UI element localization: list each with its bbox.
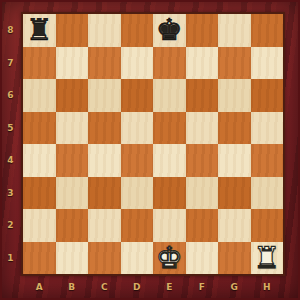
square-b6[interactable]: [56, 79, 89, 112]
square-g1[interactable]: [218, 242, 251, 275]
rank-label-1: 1: [0, 242, 21, 275]
square-a7[interactable]: [23, 47, 56, 80]
square-f2[interactable]: [186, 209, 219, 242]
file-label-a: A: [23, 276, 56, 298]
rank-labels: 87654321: [0, 14, 21, 274]
square-a3[interactable]: [23, 177, 56, 210]
square-f7[interactable]: [186, 47, 219, 80]
square-f1[interactable]: [186, 242, 219, 275]
rank-label-4: 4: [0, 144, 21, 177]
square-h6[interactable]: [251, 79, 284, 112]
rank-label-6: 6: [0, 79, 21, 112]
chess-board[interactable]: ♜♚♚♜: [21, 12, 285, 276]
file-label-b: B: [56, 276, 89, 298]
square-g3[interactable]: [218, 177, 251, 210]
square-c1[interactable]: [88, 242, 121, 275]
white-rook[interactable]: ♜: [253, 243, 280, 273]
square-d5[interactable]: [121, 112, 154, 145]
square-b1[interactable]: [56, 242, 89, 275]
rank-label-8: 8: [0, 14, 21, 47]
rank-label-2: 2: [0, 209, 21, 242]
rank-label-7: 7: [0, 47, 21, 80]
square-f6[interactable]: [186, 79, 219, 112]
square-e8[interactable]: ♚: [153, 14, 186, 47]
square-g8[interactable]: [218, 14, 251, 47]
square-c5[interactable]: [88, 112, 121, 145]
square-c4[interactable]: [88, 144, 121, 177]
square-h1[interactable]: ♜: [251, 242, 284, 275]
rank-label-5: 5: [0, 112, 21, 145]
square-b4[interactable]: [56, 144, 89, 177]
square-e7[interactable]: [153, 47, 186, 80]
square-g5[interactable]: [218, 112, 251, 145]
square-f4[interactable]: [186, 144, 219, 177]
square-d1[interactable]: [121, 242, 154, 275]
square-d7[interactable]: [121, 47, 154, 80]
square-e4[interactable]: [153, 144, 186, 177]
square-g7[interactable]: [218, 47, 251, 80]
square-d2[interactable]: [121, 209, 154, 242]
black-king[interactable]: ♚: [156, 15, 183, 45]
square-d6[interactable]: [121, 79, 154, 112]
square-a5[interactable]: [23, 112, 56, 145]
chess-board-frame: 87654321 ABCDEFGH ♜♚♚♜: [0, 0, 300, 300]
file-label-d: D: [121, 276, 154, 298]
square-e1[interactable]: ♚: [153, 242, 186, 275]
square-g4[interactable]: [218, 144, 251, 177]
square-a2[interactable]: [23, 209, 56, 242]
square-a4[interactable]: [23, 144, 56, 177]
square-e5[interactable]: [153, 112, 186, 145]
file-label-f: F: [186, 276, 219, 298]
square-a6[interactable]: [23, 79, 56, 112]
square-e3[interactable]: [153, 177, 186, 210]
black-rook[interactable]: ♜: [26, 15, 53, 45]
square-h5[interactable]: [251, 112, 284, 145]
square-b8[interactable]: [56, 14, 89, 47]
square-e6[interactable]: [153, 79, 186, 112]
square-f3[interactable]: [186, 177, 219, 210]
file-label-g: G: [218, 276, 251, 298]
square-d4[interactable]: [121, 144, 154, 177]
square-f8[interactable]: [186, 14, 219, 47]
square-a1[interactable]: [23, 242, 56, 275]
square-f5[interactable]: [186, 112, 219, 145]
square-b3[interactable]: [56, 177, 89, 210]
square-a8[interactable]: ♜: [23, 14, 56, 47]
square-b7[interactable]: [56, 47, 89, 80]
file-labels: ABCDEFGH: [23, 276, 283, 298]
square-b2[interactable]: [56, 209, 89, 242]
file-label-c: C: [88, 276, 121, 298]
square-c8[interactable]: [88, 14, 121, 47]
square-d3[interactable]: [121, 177, 154, 210]
square-h4[interactable]: [251, 144, 284, 177]
square-c7[interactable]: [88, 47, 121, 80]
square-b5[interactable]: [56, 112, 89, 145]
square-e2[interactable]: [153, 209, 186, 242]
square-c2[interactable]: [88, 209, 121, 242]
square-h2[interactable]: [251, 209, 284, 242]
square-g6[interactable]: [218, 79, 251, 112]
file-label-e: E: [153, 276, 186, 298]
file-label-h: H: [251, 276, 284, 298]
square-h7[interactable]: [251, 47, 284, 80]
square-h8[interactable]: [251, 14, 284, 47]
rank-label-3: 3: [0, 177, 21, 210]
square-g2[interactable]: [218, 209, 251, 242]
square-h3[interactable]: [251, 177, 284, 210]
square-c6[interactable]: [88, 79, 121, 112]
white-king[interactable]: ♚: [156, 243, 183, 273]
square-d8[interactable]: [121, 14, 154, 47]
square-c3[interactable]: [88, 177, 121, 210]
